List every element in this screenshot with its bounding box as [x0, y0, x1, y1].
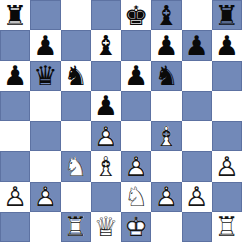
black-king-e8[interactable]: ♚: [121, 0, 151, 30]
square-b2[interactable]: ♟♙: [30, 182, 60, 212]
white-rook-h1[interactable]: ♜♖: [212, 212, 242, 242]
white-pawn-e3[interactable]: ♟♙: [121, 151, 151, 181]
square-e8[interactable]: ♚: [121, 0, 151, 30]
square-d3[interactable]: ♝♗: [91, 151, 121, 181]
black-piece-glyph: ♚: [121, 0, 151, 30]
white-king-e1[interactable]: ♚♔: [121, 212, 151, 242]
square-d4[interactable]: ♟♙: [91, 121, 121, 151]
black-piece-glyph: ♝: [151, 0, 181, 30]
square-e6[interactable]: ♟: [121, 61, 151, 91]
white-bishop-f4[interactable]: ♝♗: [151, 121, 181, 151]
black-knight-f6[interactable]: ♞: [151, 61, 181, 91]
square-f6[interactable]: ♞: [151, 61, 181, 91]
black-bishop-f8[interactable]: ♝: [151, 0, 181, 30]
black-piece-glyph: ♞: [61, 61, 91, 91]
square-e4[interactable]: [121, 121, 151, 151]
square-c7[interactable]: [61, 30, 91, 60]
square-a5[interactable]: [0, 91, 30, 121]
square-c5[interactable]: [61, 91, 91, 121]
square-b5[interactable]: [30, 91, 60, 121]
square-d8[interactable]: [91, 0, 121, 30]
white-rook-c1[interactable]: ♜♖: [61, 212, 91, 242]
black-piece-glyph: ♜: [212, 0, 242, 30]
white-piece-outline: ♙: [30, 182, 60, 212]
square-a3[interactable]: [0, 151, 30, 181]
white-pawn-f2[interactable]: ♟♙: [151, 182, 181, 212]
square-g1[interactable]: [182, 212, 212, 242]
black-piece-glyph: ♟: [91, 91, 121, 121]
square-c2[interactable]: [61, 182, 91, 212]
white-piece-outline: ♕: [91, 212, 121, 242]
square-c6[interactable]: ♞: [61, 61, 91, 91]
white-pawn-a2[interactable]: ♟♙: [0, 182, 30, 212]
square-g2[interactable]: ♟♙: [182, 182, 212, 212]
black-pawn-e6[interactable]: ♟: [121, 61, 151, 91]
white-queen-d1[interactable]: ♛♕: [91, 212, 121, 242]
black-piece-glyph: ♟: [182, 30, 212, 60]
black-piece-glyph: ♟: [151, 30, 181, 60]
square-f3[interactable]: [151, 151, 181, 181]
square-h4[interactable]: [212, 121, 242, 151]
black-knight-c6[interactable]: ♞: [61, 61, 91, 91]
black-rook-h8[interactable]: ♜: [212, 0, 242, 30]
square-d5[interactable]: ♟: [91, 91, 121, 121]
white-pawn-d4[interactable]: ♟♙: [91, 121, 121, 151]
black-piece-glyph: ♞: [151, 61, 181, 91]
square-b6[interactable]: ♛: [30, 61, 60, 91]
square-b7[interactable]: ♟: [30, 30, 60, 60]
square-g3[interactable]: [182, 151, 212, 181]
square-b8[interactable]: [30, 0, 60, 30]
white-piece-outline: ♖: [212, 212, 242, 242]
white-pawn-g2[interactable]: ♟♙: [182, 182, 212, 212]
square-a2[interactable]: ♟♙: [0, 182, 30, 212]
square-f8[interactable]: ♝: [151, 0, 181, 30]
black-piece-glyph: ♜: [0, 0, 30, 30]
square-a6[interactable]: ♟: [0, 61, 30, 91]
black-piece-glyph: ♟: [121, 61, 151, 91]
square-h6[interactable]: [212, 61, 242, 91]
white-piece-outline: ♘: [121, 182, 151, 212]
black-piece-glyph: ♟: [212, 30, 242, 60]
square-a1[interactable]: [0, 212, 30, 242]
white-knight-c3[interactable]: ♞♘: [61, 151, 91, 181]
black-piece-glyph: ♝: [91, 30, 121, 60]
square-f4[interactable]: ♝♗: [151, 121, 181, 151]
square-b3[interactable]: [30, 151, 60, 181]
black-rook-a8[interactable]: ♜: [0, 0, 30, 30]
square-e2[interactable]: ♞♘: [121, 182, 151, 212]
square-f7[interactable]: ♟: [151, 30, 181, 60]
square-g7[interactable]: ♟: [182, 30, 212, 60]
white-pawn-b2[interactable]: ♟♙: [30, 182, 60, 212]
black-queen-b6[interactable]: ♛: [30, 61, 60, 91]
square-e7[interactable]: [121, 30, 151, 60]
square-a4[interactable]: [0, 121, 30, 151]
white-piece-outline: ♙: [212, 151, 242, 181]
black-pawn-a6[interactable]: ♟: [0, 61, 30, 91]
chess-board: ♜♚♝♜♟♝♟♟♟♟♛♞♟♞♟♟♙♝♗♞♘♝♗♟♙♟♙♟♙♟♙♞♘♟♙♟♙♜♖♛…: [0, 0, 242, 242]
square-b1[interactable]: [30, 212, 60, 242]
white-piece-outline: ♙: [182, 182, 212, 212]
black-piece-glyph: ♛: [30, 61, 60, 91]
square-d2[interactable]: [91, 182, 121, 212]
square-g5[interactable]: [182, 91, 212, 121]
square-g6[interactable]: [182, 61, 212, 91]
white-knight-e2[interactable]: ♞♘: [121, 182, 151, 212]
square-a7[interactable]: [0, 30, 30, 60]
black-piece-glyph: ♟: [30, 30, 60, 60]
square-h7[interactable]: ♟: [212, 30, 242, 60]
white-piece-outline: ♘: [61, 151, 91, 181]
black-pawn-b7[interactable]: ♟: [30, 30, 60, 60]
white-piece-outline: ♙: [151, 182, 181, 212]
square-h3[interactable]: ♟♙: [212, 151, 242, 181]
square-h1[interactable]: ♜♖: [212, 212, 242, 242]
square-e1[interactable]: ♚♔: [121, 212, 151, 242]
square-g8[interactable]: [182, 0, 212, 30]
square-c1[interactable]: ♜♖: [61, 212, 91, 242]
black-pawn-d5[interactable]: ♟: [91, 91, 121, 121]
square-c8[interactable]: [61, 0, 91, 30]
square-a8[interactable]: ♜: [0, 0, 30, 30]
white-piece-outline: ♗: [151, 121, 181, 151]
square-b4[interactable]: [30, 121, 60, 151]
square-d1[interactable]: ♛♕: [91, 212, 121, 242]
black-bishop-d7[interactable]: ♝: [91, 30, 121, 60]
black-pawn-h7[interactable]: ♟: [212, 30, 242, 60]
white-piece-outline: ♔: [121, 212, 151, 242]
square-d6[interactable]: [91, 61, 121, 91]
square-g4[interactable]: [182, 121, 212, 151]
square-f5[interactable]: [151, 91, 181, 121]
black-pawn-g7[interactable]: ♟: [182, 30, 212, 60]
black-pawn-f7[interactable]: ♟: [151, 30, 181, 60]
white-piece-outline: ♙: [121, 151, 151, 181]
white-piece-outline: ♙: [91, 121, 121, 151]
square-f1[interactable]: [151, 212, 181, 242]
square-h2[interactable]: [212, 182, 242, 212]
square-c3[interactable]: ♞♘: [61, 151, 91, 181]
white-pawn-h3[interactable]: ♟♙: [212, 151, 242, 181]
white-piece-outline: ♖: [61, 212, 91, 242]
square-d7[interactable]: ♝: [91, 30, 121, 60]
square-c4[interactable]: [61, 121, 91, 151]
square-h8[interactable]: ♜: [212, 0, 242, 30]
black-piece-glyph: ♟: [0, 61, 30, 91]
white-piece-outline: ♗: [91, 151, 121, 181]
square-e5[interactable]: [121, 91, 151, 121]
square-f2[interactable]: ♟♙: [151, 182, 181, 212]
white-bishop-d3[interactable]: ♝♗: [91, 151, 121, 181]
white-piece-outline: ♙: [0, 182, 30, 212]
square-h5[interactable]: [212, 91, 242, 121]
square-e3[interactable]: ♟♙: [121, 151, 151, 181]
